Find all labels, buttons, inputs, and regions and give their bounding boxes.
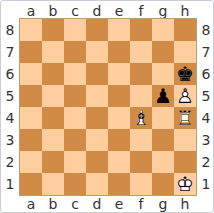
rank-label-2: 2	[197, 151, 214, 173]
file-label-d: d	[86, 196, 108, 211]
square-d2[interactable]	[86, 151, 108, 173]
rank-label-8: 8	[1, 19, 19, 41]
square-a7[interactable]	[20, 41, 42, 63]
square-g3[interactable]	[152, 129, 174, 151]
square-e4[interactable]	[108, 107, 130, 129]
piece-white-rook: ♖	[174, 107, 196, 129]
piece-black-pawn: ♟	[152, 85, 174, 107]
rank-label-7: 7	[197, 41, 214, 63]
square-b1[interactable]	[42, 173, 64, 195]
square-g8[interactable]	[152, 19, 174, 41]
square-e1[interactable]	[108, 173, 130, 195]
square-d4[interactable]	[86, 107, 108, 129]
file-label-g: g	[152, 3, 174, 18]
square-b6[interactable]	[42, 63, 64, 85]
square-a4[interactable]	[20, 107, 42, 129]
square-e3[interactable]	[108, 129, 130, 151]
square-b3[interactable]	[42, 129, 64, 151]
square-b8[interactable]	[42, 19, 64, 41]
square-a6[interactable]	[20, 63, 42, 85]
square-h3[interactable]	[174, 129, 196, 151]
square-e5[interactable]	[108, 85, 130, 107]
square-f6[interactable]	[130, 63, 152, 85]
chess-board-diagram: abcdefgh 87654321 ♚♟♟♙♝♗♜♖♚♔ 87654321 ab…	[0, 0, 214, 213]
piece-white-king-fill: ♚	[174, 173, 196, 195]
file-label-a: a	[20, 196, 42, 211]
square-g4[interactable]	[152, 107, 174, 129]
square-h1[interactable]: ♚♔	[174, 173, 196, 195]
square-a2[interactable]	[20, 151, 42, 173]
file-label-f: f	[130, 196, 152, 211]
rank-label-8: 8	[197, 19, 214, 41]
square-h2[interactable]	[174, 151, 196, 173]
piece-white-pawn-fill: ♟	[174, 85, 196, 107]
square-a5[interactable]	[20, 85, 42, 107]
rank-labels-left: 87654321	[1, 18, 19, 196]
rank-label-7: 7	[1, 41, 19, 63]
file-labels-bottom: abcdefgh	[19, 196, 197, 212]
piece-black-king: ♚	[174, 63, 196, 85]
rank-labels-right: 87654321	[197, 18, 214, 196]
square-g2[interactable]	[152, 151, 174, 173]
square-f8[interactable]	[130, 19, 152, 41]
square-a8[interactable]	[20, 19, 42, 41]
square-c3[interactable]	[64, 129, 86, 151]
rank-label-2: 2	[1, 151, 19, 173]
board-layout: abcdefgh 87654321 ♚♟♟♙♝♗♜♖♚♔ 87654321 ab…	[1, 1, 213, 212]
file-label-d: d	[86, 3, 108, 18]
piece-white-pawn: ♙	[174, 85, 196, 107]
piece-white-rook-fill: ♜	[174, 107, 196, 129]
rank-label-3: 3	[197, 129, 214, 151]
square-e2[interactable]	[108, 151, 130, 173]
file-label-c: c	[64, 196, 86, 211]
rank-label-1: 1	[197, 173, 214, 195]
file-label-c: c	[64, 3, 86, 18]
square-d6[interactable]	[86, 63, 108, 85]
square-a3[interactable]	[20, 129, 42, 151]
square-c5[interactable]	[64, 85, 86, 107]
file-label-e: e	[108, 3, 130, 18]
square-g6[interactable]	[152, 63, 174, 85]
square-h4[interactable]: ♜♖	[174, 107, 196, 129]
square-d8[interactable]	[86, 19, 108, 41]
rank-label-4: 4	[197, 107, 214, 129]
file-label-a: a	[20, 3, 42, 18]
square-b5[interactable]	[42, 85, 64, 107]
rank-label-5: 5	[197, 85, 214, 107]
file-label-g: g	[152, 196, 174, 211]
rank-label-1: 1	[1, 173, 19, 195]
square-d1[interactable]	[86, 173, 108, 195]
piece-white-king: ♔	[174, 173, 196, 195]
square-h7[interactable]	[174, 41, 196, 63]
square-f7[interactable]	[130, 41, 152, 63]
square-d7[interactable]	[86, 41, 108, 63]
rank-label-4: 4	[1, 107, 19, 129]
square-b7[interactable]	[42, 41, 64, 63]
square-b4[interactable]	[42, 107, 64, 129]
square-g7[interactable]	[152, 41, 174, 63]
square-b2[interactable]	[42, 151, 64, 173]
file-label-b: b	[42, 196, 64, 211]
piece-white-bishop: ♗	[130, 107, 152, 129]
square-f3[interactable]	[130, 129, 152, 151]
square-c7[interactable]	[64, 41, 86, 63]
square-a1[interactable]	[20, 173, 42, 195]
square-e7[interactable]	[108, 41, 130, 63]
file-labels-top: abcdefgh	[19, 1, 197, 18]
square-f4[interactable]: ♝♗	[130, 107, 152, 129]
file-label-h: h	[174, 3, 196, 18]
file-label-f: f	[130, 3, 152, 18]
rank-label-6: 6	[1, 63, 19, 85]
rank-label-6: 6	[197, 63, 214, 85]
file-label-e: e	[108, 196, 130, 211]
rank-label-5: 5	[1, 85, 19, 107]
square-c1[interactable]	[64, 173, 86, 195]
square-h6[interactable]: ♚	[174, 63, 196, 85]
square-f1[interactable]	[130, 173, 152, 195]
square-h8[interactable]	[174, 19, 196, 41]
square-c4[interactable]	[64, 107, 86, 129]
file-label-b: b	[42, 3, 64, 18]
file-label-h: h	[174, 196, 196, 211]
square-c6[interactable]	[64, 63, 86, 85]
piece-white-bishop-fill: ♝	[130, 107, 152, 129]
square-f5[interactable]	[130, 85, 152, 107]
square-c2[interactable]	[64, 151, 86, 173]
square-f2[interactable]	[130, 151, 152, 173]
square-e6[interactable]	[108, 63, 130, 85]
square-c8[interactable]	[64, 19, 86, 41]
square-d5[interactable]	[86, 85, 108, 107]
square-e8[interactable]	[108, 19, 130, 41]
chess-board: ♚♟♟♙♝♗♜♖♚♔	[19, 18, 197, 196]
square-g5[interactable]: ♟	[152, 85, 174, 107]
square-h5[interactable]: ♟♙	[174, 85, 196, 107]
square-g1[interactable]	[152, 173, 174, 195]
square-d3[interactable]	[86, 129, 108, 151]
rank-label-3: 3	[1, 129, 19, 151]
